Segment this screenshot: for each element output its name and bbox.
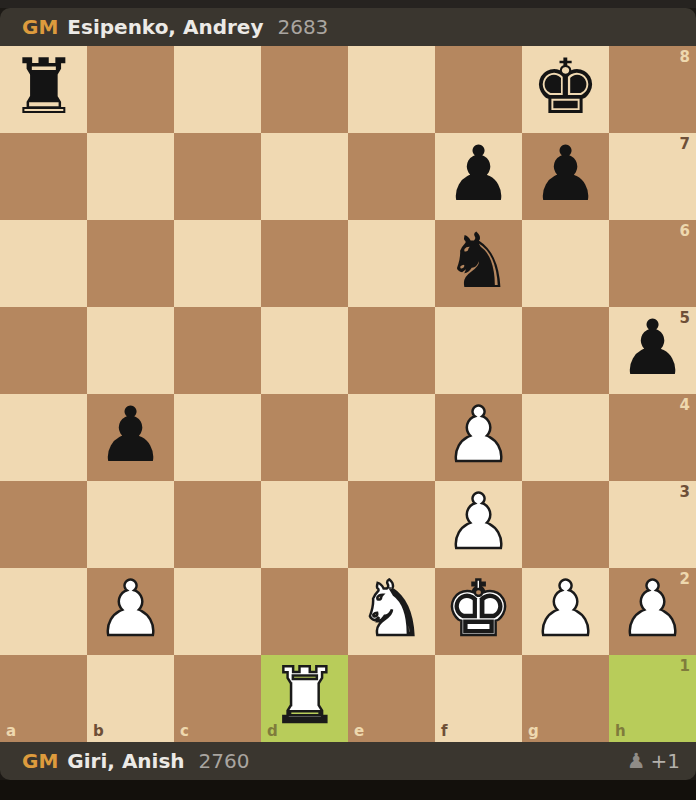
square-c5[interactable] — [174, 307, 261, 394]
square-e8[interactable] — [348, 46, 435, 133]
square-d8[interactable] — [261, 46, 348, 133]
square-h8[interactable]: 8 — [609, 46, 696, 133]
rank-label-1: 1 — [680, 659, 690, 674]
square-b2[interactable]: ♟ — [87, 568, 174, 655]
square-a2[interactable] — [0, 568, 87, 655]
material-advantage-value: +1 — [651, 749, 680, 773]
square-e1[interactable]: e — [348, 655, 435, 742]
square-b7[interactable] — [87, 133, 174, 220]
top-player-rating: 2683 — [277, 15, 328, 39]
square-a6[interactable] — [0, 220, 87, 307]
piece-black-pawn[interactable]: ♟ — [96, 397, 164, 473]
square-d4[interactable] — [261, 394, 348, 481]
square-h6[interactable]: 6 — [609, 220, 696, 307]
rank-label-7: 7 — [680, 137, 690, 152]
square-d6[interactable] — [261, 220, 348, 307]
file-label-f: f — [441, 724, 448, 739]
square-e4[interactable] — [348, 394, 435, 481]
bottom-player-name: Giri, Anish — [67, 749, 184, 773]
piece-black-knight[interactable]: ♞ — [444, 223, 512, 299]
piece-white-king[interactable]: ♚ — [444, 571, 512, 647]
square-g7[interactable]: ♟ — [522, 133, 609, 220]
bottom-player-rating: 2760 — [199, 749, 250, 773]
square-f2[interactable]: ♚ — [435, 568, 522, 655]
square-a1[interactable]: a — [0, 655, 87, 742]
piece-white-rook[interactable]: ♜ — [270, 658, 338, 734]
bottom-background-strip — [0, 780, 696, 800]
square-e2[interactable]: ♞ — [348, 568, 435, 655]
square-f4[interactable]: ♟ — [435, 394, 522, 481]
square-c8[interactable] — [174, 46, 261, 133]
rank-label-4: 4 — [680, 398, 690, 413]
square-f1[interactable]: f — [435, 655, 522, 742]
piece-black-rook[interactable]: ♜ — [9, 49, 77, 125]
square-f8[interactable] — [435, 46, 522, 133]
square-a7[interactable] — [0, 133, 87, 220]
square-g8[interactable]: ♚ — [522, 46, 609, 133]
bottom-player-bar: GM Giri, Anish 2760 ♟ +1 — [0, 742, 696, 780]
square-f3[interactable]: ♟ — [435, 481, 522, 568]
square-a8[interactable]: ♜ — [0, 46, 87, 133]
square-e7[interactable] — [348, 133, 435, 220]
square-d7[interactable] — [261, 133, 348, 220]
square-f5[interactable] — [435, 307, 522, 394]
top-player-name: Esipenko, Andrey — [67, 15, 263, 39]
piece-white-pawn[interactable]: ♟ — [531, 571, 599, 647]
square-h5[interactable]: 5♟ — [609, 307, 696, 394]
top-player-title: GM — [22, 15, 58, 39]
square-c4[interactable] — [174, 394, 261, 481]
file-label-b: b — [93, 724, 104, 739]
rank-label-3: 3 — [680, 485, 690, 500]
rank-label-6: 6 — [680, 224, 690, 239]
pawn-icon: ♟ — [627, 751, 646, 772]
piece-black-pawn[interactable]: ♟ — [444, 136, 512, 212]
square-c2[interactable] — [174, 568, 261, 655]
square-a3[interactable] — [0, 481, 87, 568]
file-label-g: g — [528, 724, 539, 739]
square-h1[interactable]: 1h — [609, 655, 696, 742]
page: GM Esipenko, Andrey 2683 ♜♚8♟♟7♞65♟♟♟4♟3… — [0, 0, 696, 800]
square-f6[interactable]: ♞ — [435, 220, 522, 307]
square-g5[interactable] — [522, 307, 609, 394]
piece-white-pawn[interactable]: ♟ — [444, 397, 512, 473]
square-a4[interactable] — [0, 394, 87, 481]
square-b5[interactable] — [87, 307, 174, 394]
piece-black-pawn[interactable]: ♟ — [531, 136, 599, 212]
square-h3[interactable]: 3 — [609, 481, 696, 568]
square-c1[interactable]: c — [174, 655, 261, 742]
square-g1[interactable]: g — [522, 655, 609, 742]
bottom-player-title: GM — [22, 749, 58, 773]
square-b4[interactable]: ♟ — [87, 394, 174, 481]
square-g6[interactable] — [522, 220, 609, 307]
material-advantage: ♟ +1 — [627, 749, 680, 773]
square-e3[interactable] — [348, 481, 435, 568]
piece-black-pawn[interactable]: ♟ — [618, 310, 686, 386]
square-c6[interactable] — [174, 220, 261, 307]
piece-white-pawn[interactable]: ♟ — [96, 571, 164, 647]
square-c7[interactable] — [174, 133, 261, 220]
piece-white-pawn[interactable]: ♟ — [444, 484, 512, 560]
square-d3[interactable] — [261, 481, 348, 568]
top-background-strip — [0, 0, 696, 8]
square-h2[interactable]: 2♟ — [609, 568, 696, 655]
file-label-e: e — [354, 724, 364, 739]
piece-white-pawn[interactable]: ♟ — [618, 571, 686, 647]
square-b6[interactable] — [87, 220, 174, 307]
top-player-bar: GM Esipenko, Andrey 2683 — [0, 8, 696, 46]
square-g3[interactable] — [522, 481, 609, 568]
square-d5[interactable] — [261, 307, 348, 394]
square-c3[interactable] — [174, 481, 261, 568]
square-d1[interactable]: d♜ — [261, 655, 348, 742]
square-g2[interactable]: ♟ — [522, 568, 609, 655]
square-h4[interactable]: 4 — [609, 394, 696, 481]
square-h7[interactable]: 7 — [609, 133, 696, 220]
chess-board: ♜♚8♟♟7♞65♟♟♟4♟3♟♞♚♟2♟abcd♜efg1h — [0, 46, 696, 742]
square-e5[interactable] — [348, 307, 435, 394]
piece-black-king[interactable]: ♚ — [531, 49, 599, 125]
piece-white-knight[interactable]: ♞ — [357, 571, 425, 647]
file-label-h: h — [615, 724, 626, 739]
square-f7[interactable]: ♟ — [435, 133, 522, 220]
file-label-a: a — [6, 724, 16, 739]
rank-label-8: 8 — [680, 50, 690, 65]
square-a5[interactable] — [0, 307, 87, 394]
square-g4[interactable] — [522, 394, 609, 481]
square-b1[interactable]: b — [87, 655, 174, 742]
square-d2[interactable] — [261, 568, 348, 655]
square-b3[interactable] — [87, 481, 174, 568]
square-e6[interactable] — [348, 220, 435, 307]
square-b8[interactable] — [87, 46, 174, 133]
file-label-c: c — [180, 724, 189, 739]
